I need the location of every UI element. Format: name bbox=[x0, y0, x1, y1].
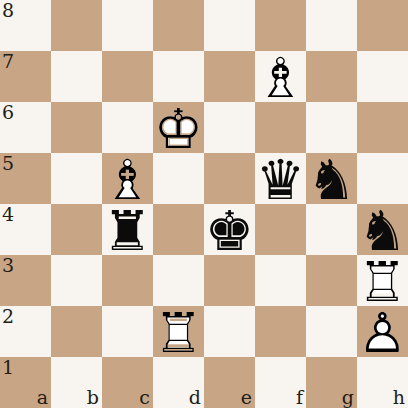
square-g5[interactable]: ♞ bbox=[306, 153, 357, 204]
square-g3[interactable] bbox=[306, 255, 357, 306]
rank-label-3: 3 bbox=[2, 256, 14, 275]
square-e6[interactable] bbox=[204, 102, 255, 153]
file-label-d: d bbox=[189, 388, 201, 407]
square-c6[interactable] bbox=[102, 102, 153, 153]
square-a7[interactable]: 7 bbox=[0, 51, 51, 102]
square-a1[interactable]: 1a bbox=[0, 357, 51, 408]
square-g6[interactable] bbox=[306, 102, 357, 153]
piece-glyph: ♛ bbox=[256, 153, 305, 208]
rank-label-8: 8 bbox=[2, 1, 14, 20]
file-label-e: e bbox=[241, 388, 252, 407]
square-e5[interactable] bbox=[204, 153, 255, 204]
rank-label-2: 2 bbox=[2, 307, 14, 326]
white-rook-h3[interactable]: ♜♖ bbox=[357, 255, 408, 306]
square-c2[interactable] bbox=[102, 306, 153, 357]
square-c8[interactable] bbox=[102, 0, 153, 51]
white-bishop-f7[interactable]: ♝♗ bbox=[255, 51, 306, 102]
file-label-c: c bbox=[139, 388, 150, 407]
rank-label-5: 5 bbox=[2, 154, 14, 173]
square-d8[interactable] bbox=[153, 0, 204, 51]
piece-outline-glyph: ♖ bbox=[154, 306, 203, 361]
piece-outline-glyph: ♗ bbox=[256, 51, 305, 106]
rank-label-4: 4 bbox=[2, 205, 14, 224]
square-f1[interactable]: f bbox=[255, 357, 306, 408]
square-g1[interactable]: g bbox=[306, 357, 357, 408]
square-d2[interactable]: ♜♖ bbox=[153, 306, 204, 357]
square-g2[interactable] bbox=[306, 306, 357, 357]
square-b3[interactable] bbox=[51, 255, 102, 306]
square-f3[interactable] bbox=[255, 255, 306, 306]
piece-glyph: ♞ bbox=[307, 153, 356, 208]
piece-outline-glyph: ♔ bbox=[154, 102, 203, 157]
file-label-f: f bbox=[296, 388, 303, 407]
square-f2[interactable] bbox=[255, 306, 306, 357]
square-d3[interactable] bbox=[153, 255, 204, 306]
square-d7[interactable] bbox=[153, 51, 204, 102]
white-king-d6[interactable]: ♚♔ bbox=[153, 102, 204, 153]
file-label-h: h bbox=[393, 388, 405, 407]
square-f8[interactable] bbox=[255, 0, 306, 51]
square-b5[interactable] bbox=[51, 153, 102, 204]
square-b1[interactable]: b bbox=[51, 357, 102, 408]
square-a5[interactable]: 5 bbox=[0, 153, 51, 204]
square-a3[interactable]: 3 bbox=[0, 255, 51, 306]
square-f5[interactable]: ♛ bbox=[255, 153, 306, 204]
black-knight-g5[interactable]: ♞ bbox=[306, 153, 357, 204]
black-queen-f5[interactable]: ♛ bbox=[255, 153, 306, 204]
square-b7[interactable] bbox=[51, 51, 102, 102]
square-c4[interactable]: ♜ bbox=[102, 204, 153, 255]
square-d4[interactable] bbox=[153, 204, 204, 255]
white-pawn-h2[interactable]: ♟♙ bbox=[357, 306, 408, 357]
chess-board: 87♝♗6♚♔5♝♗♛♞4♜♚♞3♜♖2♜♖♟♙1abcdefgh bbox=[0, 0, 408, 408]
white-bishop-c5[interactable]: ♝♗ bbox=[102, 153, 153, 204]
square-h5[interactable] bbox=[357, 153, 408, 204]
square-e4[interactable]: ♚ bbox=[204, 204, 255, 255]
square-a4[interactable]: 4 bbox=[0, 204, 51, 255]
square-b6[interactable] bbox=[51, 102, 102, 153]
square-g8[interactable] bbox=[306, 0, 357, 51]
square-a6[interactable]: 6 bbox=[0, 102, 51, 153]
square-e2[interactable] bbox=[204, 306, 255, 357]
rank-label-1: 1 bbox=[2, 358, 14, 377]
file-label-b: b bbox=[87, 388, 99, 407]
rank-label-7: 7 bbox=[2, 52, 14, 71]
square-h4[interactable]: ♞ bbox=[357, 204, 408, 255]
square-a8[interactable]: 8 bbox=[0, 0, 51, 51]
square-b4[interactable] bbox=[51, 204, 102, 255]
square-e7[interactable] bbox=[204, 51, 255, 102]
square-h6[interactable] bbox=[357, 102, 408, 153]
square-a2[interactable]: 2 bbox=[0, 306, 51, 357]
file-label-g: g bbox=[342, 388, 354, 407]
square-b8[interactable] bbox=[51, 0, 102, 51]
square-c1[interactable]: c bbox=[102, 357, 153, 408]
white-rook-d2[interactable]: ♜♖ bbox=[153, 306, 204, 357]
square-d6[interactable]: ♚♔ bbox=[153, 102, 204, 153]
square-h8[interactable] bbox=[357, 0, 408, 51]
black-king-e4[interactable]: ♚ bbox=[204, 204, 255, 255]
square-e8[interactable] bbox=[204, 0, 255, 51]
square-c7[interactable] bbox=[102, 51, 153, 102]
square-c5[interactable]: ♝♗ bbox=[102, 153, 153, 204]
rank-label-6: 6 bbox=[2, 103, 14, 122]
square-e1[interactable]: e bbox=[204, 357, 255, 408]
black-knight-h4[interactable]: ♞ bbox=[357, 204, 408, 255]
square-h3[interactable]: ♜♖ bbox=[357, 255, 408, 306]
square-h7[interactable] bbox=[357, 51, 408, 102]
square-h2[interactable]: ♟♙ bbox=[357, 306, 408, 357]
square-b2[interactable] bbox=[51, 306, 102, 357]
square-f7[interactable]: ♝♗ bbox=[255, 51, 306, 102]
piece-outline-glyph: ♙ bbox=[358, 306, 407, 361]
piece-glyph: ♚ bbox=[205, 204, 254, 259]
square-g7[interactable] bbox=[306, 51, 357, 102]
black-rook-c4[interactable]: ♜ bbox=[102, 204, 153, 255]
piece-glyph: ♜ bbox=[103, 204, 152, 259]
file-label-a: a bbox=[37, 388, 48, 407]
